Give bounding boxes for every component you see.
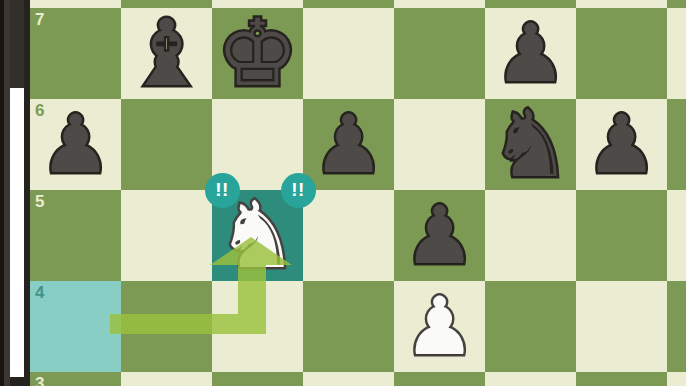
black-pawn-d6[interactable]: ♟♟ (303, 99, 394, 190)
square-a3[interactable]: 3 (30, 372, 121, 386)
square-d5[interactable] (303, 190, 394, 281)
square-h5[interactable] (667, 190, 686, 281)
square-g4[interactable] (576, 281, 667, 372)
square-g3[interactable] (576, 372, 667, 386)
left-sidebar (0, 0, 30, 386)
square-d8[interactable] (303, 0, 394, 8)
square-h4[interactable] (667, 281, 686, 372)
rank-label-7: 7 (35, 11, 44, 28)
black-king-c7[interactable]: ♚♚ (212, 8, 303, 99)
square-e6[interactable] (394, 99, 485, 190)
square-h6[interactable] (667, 99, 686, 190)
square-g7[interactable] (576, 8, 667, 99)
square-b7[interactable]: ♝♝ (121, 8, 212, 99)
brilliant-move-badge: !! (281, 173, 316, 208)
black-pawn-a6[interactable]: ♟♟ (30, 99, 121, 190)
square-c4[interactable] (212, 281, 303, 372)
evaluation-bar (10, 0, 24, 386)
square-b3[interactable] (121, 372, 212, 386)
black-knight-f6[interactable]: ♞♞ (485, 99, 576, 190)
square-d4[interactable] (303, 281, 394, 372)
square-d7[interactable] (303, 8, 394, 99)
square-a6[interactable]: 6♟♟ (30, 99, 121, 190)
black-bishop-b7[interactable]: ♝♝ (121, 8, 212, 99)
square-e7[interactable] (394, 8, 485, 99)
square-f3[interactable] (485, 372, 576, 386)
brilliant-move-badge: !! (205, 173, 240, 208)
square-e8[interactable] (394, 0, 485, 8)
square-e3[interactable] (394, 372, 485, 386)
black-pawn-f7[interactable]: ♟♟ (485, 8, 576, 99)
black-pawn-e5[interactable]: ♟♟ (394, 190, 485, 281)
rank-label-3: 3 (35, 375, 44, 386)
square-f4[interactable] (485, 281, 576, 372)
square-e4[interactable]: ♟♟ (394, 281, 485, 372)
square-a7[interactable]: 7 (30, 8, 121, 99)
square-e5[interactable]: ♟♟ (394, 190, 485, 281)
square-a8[interactable] (30, 0, 121, 8)
square-b6[interactable] (121, 99, 212, 190)
square-d3[interactable] (303, 372, 394, 386)
square-g5[interactable] (576, 190, 667, 281)
chessboard-screenshot: 7♝♝♚♚♟♟6♟♟♟♟♞♞♟♟5♞♞♟♟4♟♟3!!!! (0, 0, 686, 386)
square-g6[interactable]: ♟♟ (576, 99, 667, 190)
square-d6[interactable]: ♟♟ (303, 99, 394, 190)
rank-label-5: 5 (35, 193, 44, 210)
board-viewport: 7♝♝♚♚♟♟6♟♟♟♟♞♞♟♟5♞♞♟♟4♟♟3!!!! (30, 0, 686, 386)
square-g8[interactable] (576, 0, 667, 8)
black-pawn-g6[interactable]: ♟♟ (576, 99, 667, 190)
evaluation-bar-black-section (10, 0, 24, 88)
evaluation-bar-white-section (10, 88, 24, 377)
rank-label-4: 4 (35, 284, 44, 301)
chess-board[interactable]: 7♝♝♚♚♟♟6♟♟♟♟♞♞♟♟5♞♞♟♟4♟♟3!!!! (30, 0, 686, 386)
square-f6[interactable]: ♞♞ (485, 99, 576, 190)
square-h3[interactable] (667, 372, 686, 386)
square-b5[interactable] (121, 190, 212, 281)
white-pawn-e4[interactable]: ♟♟ (394, 281, 485, 372)
square-f5[interactable] (485, 190, 576, 281)
square-f7[interactable]: ♟♟ (485, 8, 576, 99)
square-c3[interactable] (212, 372, 303, 386)
square-a4[interactable]: 4 (30, 281, 121, 372)
square-h7[interactable] (667, 8, 686, 99)
square-b4[interactable] (121, 281, 212, 372)
square-h8[interactable] (667, 0, 686, 8)
square-c7[interactable]: ♚♚ (212, 8, 303, 99)
square-a5[interactable]: 5 (30, 190, 121, 281)
